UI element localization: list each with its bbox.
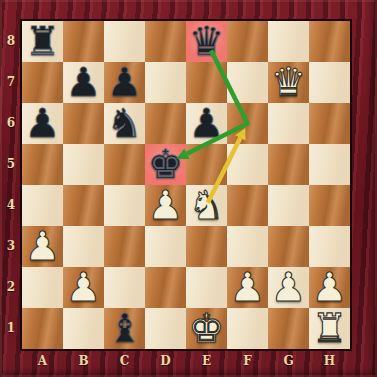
square-h1[interactable]: ♜ xyxy=(309,308,350,349)
square-g3[interactable] xyxy=(268,226,309,267)
piece-white-rook[interactable]: ♜ xyxy=(312,308,348,349)
square-c6[interactable]: ♞ xyxy=(104,103,145,144)
piece-white-pawn[interactable]: ♟ xyxy=(230,267,266,308)
rank-label-4: 4 xyxy=(2,185,20,226)
square-e3[interactable] xyxy=(186,226,227,267)
square-d8[interactable] xyxy=(145,21,186,62)
square-e4[interactable]: ♞ xyxy=(186,185,227,226)
piece-white-king[interactable]: ♚ xyxy=(189,308,225,349)
piece-white-queen[interactable]: ♛ xyxy=(271,62,307,103)
file-label-b: B xyxy=(63,352,104,370)
square-b3[interactable] xyxy=(63,226,104,267)
piece-black-pawn[interactable]: ♟ xyxy=(107,62,143,103)
square-h5[interactable] xyxy=(309,144,350,185)
file-label-e: E xyxy=(186,352,227,370)
square-f4[interactable] xyxy=(227,185,268,226)
rank-label-2: 2 xyxy=(2,267,20,308)
square-c5[interactable] xyxy=(104,144,145,185)
rank-label-6: 6 xyxy=(2,103,20,144)
file-label-a: A xyxy=(22,352,63,370)
square-h4[interactable] xyxy=(309,185,350,226)
square-a5[interactable] xyxy=(22,144,63,185)
square-f3[interactable] xyxy=(227,226,268,267)
square-b6[interactable] xyxy=(63,103,104,144)
file-label-f: F xyxy=(227,352,268,370)
square-b8[interactable] xyxy=(63,21,104,62)
rank-label-1: 1 xyxy=(2,308,20,349)
square-f1[interactable] xyxy=(227,308,268,349)
piece-black-pawn[interactable]: ♟ xyxy=(25,103,61,144)
square-g2[interactable]: ♟ xyxy=(268,267,309,308)
square-a6[interactable]: ♟ xyxy=(22,103,63,144)
square-d5[interactable]: ♚ xyxy=(145,144,186,185)
square-b4[interactable] xyxy=(63,185,104,226)
piece-white-pawn[interactable]: ♟ xyxy=(271,267,307,308)
square-f5[interactable] xyxy=(227,144,268,185)
piece-black-pawn[interactable]: ♟ xyxy=(66,62,102,103)
file-label-c: C xyxy=(104,352,145,370)
square-c3[interactable] xyxy=(104,226,145,267)
square-h2[interactable]: ♟ xyxy=(309,267,350,308)
square-e7[interactable] xyxy=(186,62,227,103)
piece-white-pawn[interactable]: ♟ xyxy=(312,267,348,308)
square-a2[interactable] xyxy=(22,267,63,308)
piece-black-queen[interactable]: ♛ xyxy=(189,21,225,62)
rank-label-3: 3 xyxy=(2,226,20,267)
square-h7[interactable] xyxy=(309,62,350,103)
square-h8[interactable] xyxy=(309,21,350,62)
piece-black-knight[interactable]: ♞ xyxy=(107,103,143,144)
square-e8[interactable]: ♛ xyxy=(186,21,227,62)
piece-black-rook[interactable]: ♜ xyxy=(25,21,61,62)
square-d4[interactable]: ♟ xyxy=(145,185,186,226)
file-label-h: H xyxy=(309,352,350,370)
square-f2[interactable]: ♟ xyxy=(227,267,268,308)
square-a1[interactable] xyxy=(22,308,63,349)
square-e2[interactable] xyxy=(186,267,227,308)
piece-white-pawn[interactable]: ♟ xyxy=(25,226,61,267)
piece-black-king[interactable]: ♚ xyxy=(148,144,184,185)
square-c8[interactable] xyxy=(104,21,145,62)
rank-label-7: 7 xyxy=(2,62,20,103)
rank-label-5: 5 xyxy=(2,144,20,185)
piece-white-pawn[interactable]: ♟ xyxy=(148,185,184,226)
square-g7[interactable]: ♛ xyxy=(268,62,309,103)
rank-label-8: 8 xyxy=(2,21,20,62)
square-e6[interactable]: ♟ xyxy=(186,103,227,144)
piece-black-bishop[interactable]: ♝ xyxy=(107,308,143,349)
square-a4[interactable] xyxy=(22,185,63,226)
file-label-d: D xyxy=(145,352,186,370)
square-b1[interactable] xyxy=(63,308,104,349)
square-f8[interactable] xyxy=(227,21,268,62)
square-d7[interactable] xyxy=(145,62,186,103)
piece-black-pawn[interactable]: ♟ xyxy=(189,103,225,144)
square-g6[interactable] xyxy=(268,103,309,144)
square-g5[interactable] xyxy=(268,144,309,185)
square-b2[interactable]: ♟ xyxy=(63,267,104,308)
square-c1[interactable]: ♝ xyxy=(104,308,145,349)
square-f6[interactable] xyxy=(227,103,268,144)
square-a8[interactable]: ♜ xyxy=(22,21,63,62)
square-f7[interactable] xyxy=(227,62,268,103)
square-d1[interactable] xyxy=(145,308,186,349)
square-c2[interactable] xyxy=(104,267,145,308)
board-frame: ♜♛♟♟♛♟♞♟♚♟♞♟♟♟♟♟♝♚♜ ABCDEFGH87654321 xyxy=(0,0,377,377)
square-d3[interactable] xyxy=(145,226,186,267)
square-c4[interactable] xyxy=(104,185,145,226)
square-g4[interactable] xyxy=(268,185,309,226)
square-b5[interactable] xyxy=(63,144,104,185)
square-h6[interactable] xyxy=(309,103,350,144)
square-c7[interactable]: ♟ xyxy=(104,62,145,103)
square-g1[interactable] xyxy=(268,308,309,349)
piece-white-pawn[interactable]: ♟ xyxy=(66,267,102,308)
chess-board: ♜♛♟♟♛♟♞♟♚♟♞♟♟♟♟♟♝♚♜ xyxy=(22,21,350,349)
square-d6[interactable] xyxy=(145,103,186,144)
square-d2[interactable] xyxy=(145,267,186,308)
square-e1[interactable]: ♚ xyxy=(186,308,227,349)
piece-white-knight[interactable]: ♞ xyxy=(189,185,225,226)
square-h3[interactable] xyxy=(309,226,350,267)
square-g8[interactable] xyxy=(268,21,309,62)
square-a7[interactable] xyxy=(22,62,63,103)
square-e5[interactable] xyxy=(186,144,227,185)
file-label-g: G xyxy=(268,352,309,370)
square-b7[interactable]: ♟ xyxy=(63,62,104,103)
square-a3[interactable]: ♟ xyxy=(22,226,63,267)
